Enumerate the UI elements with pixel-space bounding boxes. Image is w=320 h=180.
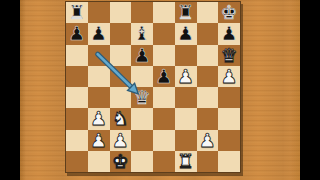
chess-board: ♜♜♚♟♟♝♟♟♟♛♟♟♟♛♟♞♟♟♟♚♜ bbox=[65, 1, 241, 173]
white-pawn[interactable]: ♟ bbox=[90, 129, 107, 150]
square-c5[interactable] bbox=[110, 66, 132, 87]
square-h1[interactable] bbox=[218, 151, 240, 172]
square-f5[interactable]: ♟ bbox=[175, 66, 197, 87]
black-rook[interactable]: ♜ bbox=[177, 2, 194, 23]
square-f1[interactable]: ♜ bbox=[175, 151, 197, 172]
black-pawn[interactable]: ♟ bbox=[221, 23, 238, 44]
white-rook[interactable]: ♜ bbox=[177, 150, 194, 171]
square-g3[interactable] bbox=[197, 108, 219, 129]
square-c6[interactable] bbox=[110, 45, 132, 66]
square-c2[interactable]: ♟ bbox=[110, 130, 132, 151]
square-e7[interactable] bbox=[153, 23, 175, 44]
square-f3[interactable] bbox=[175, 108, 197, 129]
square-a4[interactable] bbox=[66, 87, 88, 108]
square-e8[interactable] bbox=[153, 2, 175, 23]
square-g2[interactable]: ♟ bbox=[197, 130, 219, 151]
square-h3[interactable] bbox=[218, 108, 240, 129]
square-a6[interactable] bbox=[66, 45, 88, 66]
black-pawn[interactable]: ♟ bbox=[68, 23, 85, 44]
square-b1[interactable] bbox=[88, 151, 110, 172]
square-h6[interactable]: ♛ bbox=[218, 45, 240, 66]
square-d3[interactable] bbox=[131, 108, 153, 129]
black-pawn[interactable]: ♟ bbox=[155, 65, 172, 86]
black-pawn[interactable]: ♟ bbox=[177, 23, 194, 44]
square-f8[interactable]: ♜ bbox=[175, 2, 197, 23]
square-b3[interactable]: ♟ bbox=[88, 108, 110, 129]
square-h7[interactable]: ♟ bbox=[218, 23, 240, 44]
square-g5[interactable] bbox=[197, 66, 219, 87]
square-b8[interactable] bbox=[88, 2, 110, 23]
square-f4[interactable] bbox=[175, 87, 197, 108]
square-c7[interactable] bbox=[110, 23, 132, 44]
square-d2[interactable] bbox=[131, 130, 153, 151]
white-king[interactable]: ♚ bbox=[112, 150, 129, 171]
square-c3[interactable]: ♞ bbox=[110, 108, 132, 129]
square-d1[interactable] bbox=[131, 151, 153, 172]
square-h4[interactable] bbox=[218, 87, 240, 108]
square-a2[interactable] bbox=[66, 130, 88, 151]
black-pawn[interactable]: ♟ bbox=[90, 23, 107, 44]
square-a1[interactable] bbox=[66, 151, 88, 172]
white-pawn[interactable]: ♟ bbox=[221, 65, 238, 86]
square-h2[interactable] bbox=[218, 130, 240, 151]
square-f6[interactable] bbox=[175, 45, 197, 66]
square-g1[interactable] bbox=[197, 151, 219, 172]
square-d4[interactable]: ♛ bbox=[131, 87, 153, 108]
square-c1[interactable]: ♚ bbox=[110, 151, 132, 172]
square-b2[interactable]: ♟ bbox=[88, 130, 110, 151]
square-g7[interactable] bbox=[197, 23, 219, 44]
white-queen[interactable]: ♛ bbox=[221, 44, 238, 65]
square-a7[interactable]: ♟ bbox=[66, 23, 88, 44]
square-g8[interactable] bbox=[197, 2, 219, 23]
square-g6[interactable] bbox=[197, 45, 219, 66]
black-queen[interactable]: ♛ bbox=[134, 87, 151, 108]
square-d7[interactable]: ♝ bbox=[131, 23, 153, 44]
square-h8[interactable]: ♚ bbox=[218, 2, 240, 23]
square-d6[interactable]: ♟ bbox=[131, 45, 153, 66]
square-e5[interactable]: ♟ bbox=[153, 66, 175, 87]
white-pawn[interactable]: ♟ bbox=[90, 108, 107, 129]
square-e3[interactable] bbox=[153, 108, 175, 129]
white-knight[interactable]: ♞ bbox=[112, 108, 129, 129]
square-c4[interactable] bbox=[110, 87, 132, 108]
square-a3[interactable] bbox=[66, 108, 88, 129]
square-a8[interactable]: ♜ bbox=[66, 2, 88, 23]
square-a5[interactable] bbox=[66, 66, 88, 87]
white-pawn[interactable]: ♟ bbox=[112, 129, 129, 150]
square-e4[interactable] bbox=[153, 87, 175, 108]
square-b4[interactable] bbox=[88, 87, 110, 108]
square-f2[interactable] bbox=[175, 130, 197, 151]
square-b7[interactable]: ♟ bbox=[88, 23, 110, 44]
square-h5[interactable]: ♟ bbox=[218, 66, 240, 87]
square-b5[interactable] bbox=[88, 66, 110, 87]
black-pawn[interactable]: ♟ bbox=[134, 44, 151, 65]
black-rook[interactable]: ♜ bbox=[68, 2, 85, 23]
square-b6[interactable] bbox=[88, 45, 110, 66]
white-pawn[interactable]: ♟ bbox=[199, 129, 216, 150]
black-king[interactable]: ♚ bbox=[221, 2, 238, 23]
square-e2[interactable] bbox=[153, 130, 175, 151]
square-e1[interactable] bbox=[153, 151, 175, 172]
square-d8[interactable] bbox=[131, 2, 153, 23]
square-g4[interactable] bbox=[197, 87, 219, 108]
square-d5[interactable] bbox=[131, 66, 153, 87]
square-c8[interactable] bbox=[110, 2, 132, 23]
black-bishop[interactable]: ♝ bbox=[134, 23, 151, 44]
white-pawn[interactable]: ♟ bbox=[177, 65, 194, 86]
square-e6[interactable] bbox=[153, 45, 175, 66]
square-f7[interactable]: ♟ bbox=[175, 23, 197, 44]
